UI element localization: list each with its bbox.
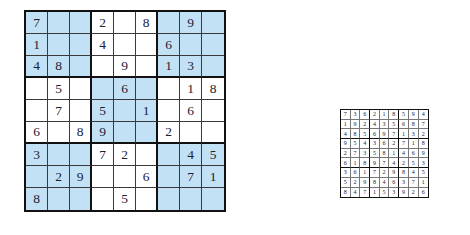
puzzle-cell-r4c3 xyxy=(70,78,92,100)
sudoku-puzzle-grid: 728914648913561875166892372452967185 xyxy=(24,10,226,212)
solution-cell-r6c6: 4 xyxy=(389,158,399,168)
puzzle-cell-r3c1: 4 xyxy=(26,56,48,78)
puzzle-cell-r9c8 xyxy=(180,188,202,210)
solution-cell-r2c1: 1 xyxy=(341,120,351,130)
solution-cell-r6c2: 1 xyxy=(351,158,361,168)
solution-cell-r3c2: 8 xyxy=(351,129,361,139)
solution-cell-r5c3: 3 xyxy=(360,149,370,159)
solution-cell-r8c9: 1 xyxy=(419,178,429,188)
puzzle-cell-r7c9: 5 xyxy=(202,144,224,166)
puzzle-cell-r8c2: 2 xyxy=(48,166,70,188)
solution-cell-r8c6: 6 xyxy=(389,178,399,188)
puzzle-cell-r3c6 xyxy=(136,56,158,78)
puzzle-cell-r6c4: 9 xyxy=(92,122,114,144)
puzzle-cell-r2c2 xyxy=(48,34,70,56)
solution-cell-r8c7: 3 xyxy=(399,178,409,188)
puzzle-cell-r4c9: 8 xyxy=(202,78,224,100)
solution-cell-r5c9: 9 xyxy=(419,149,429,159)
puzzle-cell-r2c6 xyxy=(136,34,158,56)
puzzle-cell-r8c8: 7 xyxy=(180,166,202,188)
solution-cell-r7c9: 5 xyxy=(419,168,429,178)
solution-cell-r5c8: 6 xyxy=(409,149,419,159)
solution-cell-r6c8: 5 xyxy=(409,158,419,168)
puzzle-cell-r1c5 xyxy=(114,12,136,34)
solution-cell-r9c1: 8 xyxy=(341,188,351,198)
solution-cell-r3c9: 2 xyxy=(419,129,429,139)
puzzle-cell-r1c1: 7 xyxy=(26,12,48,34)
puzzle-cell-r3c8: 3 xyxy=(180,56,202,78)
solution-cell-r5c6: 1 xyxy=(389,149,399,159)
puzzle-cell-r7c1: 3 xyxy=(26,144,48,166)
solution-cell-r9c3: 7 xyxy=(360,188,370,198)
solution-cell-r4c5: 6 xyxy=(380,139,390,149)
puzzle-cell-r3c3 xyxy=(70,56,92,78)
puzzle-cell-r4c1 xyxy=(26,78,48,100)
puzzle-cell-r1c4: 2 xyxy=(92,12,114,34)
puzzle-cell-r2c9 xyxy=(202,34,224,56)
solution-cell-r7c5: 2 xyxy=(380,168,390,178)
puzzle-cell-r8c7 xyxy=(158,166,180,188)
solution-cell-r6c5: 7 xyxy=(380,158,390,168)
puzzle-cell-r4c8: 1 xyxy=(180,78,202,100)
solution-cell-r8c1: 5 xyxy=(341,178,351,188)
solution-cell-r1c4: 2 xyxy=(370,110,380,120)
puzzle-cell-r7c3 xyxy=(70,144,92,166)
solution-cell-r3c6: 7 xyxy=(389,129,399,139)
puzzle-cell-r1c9 xyxy=(202,12,224,34)
puzzle-cell-r1c7 xyxy=(158,12,180,34)
solution-cell-r8c5: 4 xyxy=(380,178,390,188)
puzzle-cell-r4c6 xyxy=(136,78,158,100)
solution-cell-r4c2: 5 xyxy=(351,139,361,149)
solution-cell-r7c7: 8 xyxy=(399,168,409,178)
solution-cell-r2c8: 8 xyxy=(409,120,419,130)
solution-cell-r3c7: 1 xyxy=(399,129,409,139)
solution-cell-r7c6: 9 xyxy=(389,168,399,178)
solution-cell-r8c2: 2 xyxy=(351,178,361,188)
solution-cell-r4c1: 9 xyxy=(341,139,351,149)
puzzle-cell-r7c6 xyxy=(136,144,158,166)
solution-cell-r3c4: 6 xyxy=(370,129,380,139)
solution-cell-r5c2: 7 xyxy=(351,149,361,159)
solution-cell-r4c7: 7 xyxy=(399,139,409,149)
puzzle-cell-r3c7: 1 xyxy=(158,56,180,78)
puzzle-cell-r6c3: 8 xyxy=(70,122,92,144)
puzzle-cell-r9c3 xyxy=(70,188,92,210)
puzzle-cell-r4c4 xyxy=(92,78,114,100)
puzzle-cell-r5c1 xyxy=(26,100,48,122)
puzzle-cell-r9c5: 5 xyxy=(114,188,136,210)
solution-cell-r1c7: 5 xyxy=(399,110,409,120)
solution-cell-r9c5: 5 xyxy=(380,188,390,198)
puzzle-cell-r2c8 xyxy=(180,34,202,56)
puzzle-cell-r7c4: 7 xyxy=(92,144,114,166)
puzzle-cell-r5c7 xyxy=(158,100,180,122)
puzzle-cell-r4c7 xyxy=(158,78,180,100)
solution-cell-r1c9: 4 xyxy=(419,110,429,120)
puzzle-cell-r7c8: 4 xyxy=(180,144,202,166)
solution-cell-r2c7: 6 xyxy=(399,120,409,130)
puzzle-cell-r1c3 xyxy=(70,12,92,34)
solution-cell-r2c5: 3 xyxy=(380,120,390,130)
solution-cell-r6c7: 2 xyxy=(399,158,409,168)
puzzle-cell-r6c5 xyxy=(114,122,136,144)
solution-cell-r2c4: 4 xyxy=(370,120,380,130)
puzzle-cell-r4c5: 6 xyxy=(114,78,136,100)
puzzle-cell-r3c4 xyxy=(92,56,114,78)
puzzle-cell-r8c1 xyxy=(26,166,48,188)
sudoku-solution-grid: 7362185941924356874856971329543627182735… xyxy=(340,109,429,198)
solution-cell-r5c5: 8 xyxy=(380,149,390,159)
solution-cell-r2c9: 7 xyxy=(419,120,429,130)
solution-cell-r7c8: 4 xyxy=(409,168,419,178)
solution-cell-r8c3: 9 xyxy=(360,178,370,188)
solution-cell-r1c8: 9 xyxy=(409,110,419,120)
solution-cell-r7c3: 1 xyxy=(360,168,370,178)
solution-cell-r7c2: 6 xyxy=(351,168,361,178)
puzzle-cell-r3c9 xyxy=(202,56,224,78)
puzzle-cell-r2c4: 4 xyxy=(92,34,114,56)
puzzle-cell-r3c5: 9 xyxy=(114,56,136,78)
puzzle-cell-r3c2: 8 xyxy=(48,56,70,78)
puzzle-cell-r2c5 xyxy=(114,34,136,56)
solution-cell-r7c1: 3 xyxy=(341,168,351,178)
solution-cell-r4c9: 8 xyxy=(419,139,429,149)
puzzle-cell-r5c5 xyxy=(114,100,136,122)
solution-cell-r1c3: 6 xyxy=(360,110,370,120)
solution-cell-r3c1: 4 xyxy=(341,129,351,139)
solution-cell-r6c9: 3 xyxy=(419,158,429,168)
solution-cell-r2c6: 5 xyxy=(389,120,399,130)
puzzle-cell-r8c5 xyxy=(114,166,136,188)
solution-cell-r5c7: 4 xyxy=(399,149,409,159)
solution-cell-r3c5: 9 xyxy=(380,129,390,139)
puzzle-cell-r8c9: 1 xyxy=(202,166,224,188)
solution-cell-r2c3: 2 xyxy=(360,120,370,130)
puzzle-cell-r5c4: 5 xyxy=(92,100,114,122)
puzzle-cell-r9c9 xyxy=(202,188,224,210)
solution-cell-r5c1: 2 xyxy=(341,149,351,159)
puzzle-cell-r8c6: 6 xyxy=(136,166,158,188)
solution-cell-r4c3: 4 xyxy=(360,139,370,149)
puzzle-cell-r9c4 xyxy=(92,188,114,210)
puzzle-cell-r9c1: 8 xyxy=(26,188,48,210)
puzzle-cell-r2c7: 6 xyxy=(158,34,180,56)
solution-cell-r9c2: 4 xyxy=(351,188,361,198)
solution-cell-r1c6: 8 xyxy=(389,110,399,120)
puzzle-cell-r6c9 xyxy=(202,122,224,144)
puzzle-cell-r6c8 xyxy=(180,122,202,144)
solution-cell-r5c4: 5 xyxy=(370,149,380,159)
puzzle-cell-r6c6 xyxy=(136,122,158,144)
puzzle-cell-r2c1: 1 xyxy=(26,34,48,56)
puzzle-cell-r9c6 xyxy=(136,188,158,210)
solution-cell-r1c1: 7 xyxy=(341,110,351,120)
solution-cell-r3c3: 5 xyxy=(360,129,370,139)
solution-cell-r8c4: 8 xyxy=(370,178,380,188)
puzzle-cell-r7c2 xyxy=(48,144,70,166)
puzzle-cell-r1c2 xyxy=(48,12,70,34)
puzzle-cell-r6c2 xyxy=(48,122,70,144)
solution-cell-r3c8: 3 xyxy=(409,129,419,139)
solution-cell-r2c2: 9 xyxy=(351,120,361,130)
puzzle-cell-r5c2: 7 xyxy=(48,100,70,122)
puzzle-cell-r9c7 xyxy=(158,188,180,210)
puzzle-cell-r6c1: 6 xyxy=(26,122,48,144)
puzzle-cell-r8c4 xyxy=(92,166,114,188)
puzzle-cell-r1c6: 8 xyxy=(136,12,158,34)
solution-cell-r1c5: 1 xyxy=(380,110,390,120)
puzzle-cell-r8c3: 9 xyxy=(70,166,92,188)
solution-cell-r1c2: 3 xyxy=(351,110,361,120)
solution-cell-r9c7: 9 xyxy=(399,188,409,198)
puzzle-cell-r9c2 xyxy=(48,188,70,210)
puzzle-cell-r4c2: 5 xyxy=(48,78,70,100)
solution-cell-r9c4: 1 xyxy=(370,188,380,198)
puzzle-cell-r5c9 xyxy=(202,100,224,122)
page: 728914648913561875166892372452967185 736… xyxy=(0,0,470,235)
puzzle-cell-r7c5: 2 xyxy=(114,144,136,166)
puzzle-cell-r1c8: 9 xyxy=(180,12,202,34)
solution-cell-r9c8: 2 xyxy=(409,188,419,198)
solution-cell-r9c9: 6 xyxy=(419,188,429,198)
puzzle-cell-r5c3 xyxy=(70,100,92,122)
solution-cell-r7c4: 7 xyxy=(370,168,380,178)
puzzle-cell-r7c7 xyxy=(158,144,180,166)
puzzle-cell-r2c3 xyxy=(70,34,92,56)
solution-cell-r4c8: 1 xyxy=(409,139,419,149)
solution-cell-r8c8: 7 xyxy=(409,178,419,188)
solution-cell-r6c3: 8 xyxy=(360,158,370,168)
puzzle-cell-r5c8: 6 xyxy=(180,100,202,122)
puzzle-cell-r5c6: 1 xyxy=(136,100,158,122)
solution-cell-r9c6: 3 xyxy=(389,188,399,198)
solution-cell-r6c4: 9 xyxy=(370,158,380,168)
puzzle-cell-r6c7: 2 xyxy=(158,122,180,144)
solution-cell-r4c4: 3 xyxy=(370,139,380,149)
solution-cell-r4c6: 2 xyxy=(389,139,399,149)
solution-cell-r6c1: 6 xyxy=(341,158,351,168)
